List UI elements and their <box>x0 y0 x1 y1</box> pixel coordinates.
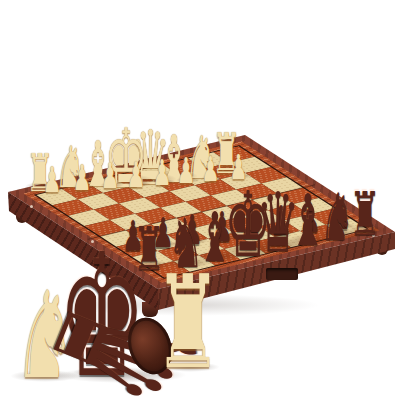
frame-screw-3 <box>30 205 33 208</box>
piece-shadow <box>100 182 123 188</box>
piece-shadow <box>176 177 199 183</box>
chess-set-product-photo: ♜♞♝♚♛♝♞♜♟♟♟♟♟♟♟♟♟♟♟♟♟♟♟♟♜♞♝♚♛♝♞♜♞♚♛♟♜ <box>0 0 400 400</box>
piece-shadow <box>240 232 267 239</box>
piece-shadow <box>126 181 149 187</box>
piece-shadow <box>181 238 208 245</box>
piece-shadow <box>72 184 95 190</box>
piece-shadow <box>166 257 211 268</box>
piece-shadow <box>152 241 179 248</box>
piece-shadow <box>201 175 224 181</box>
piece-shadow <box>152 179 175 185</box>
frame-screw-1 <box>91 240 94 243</box>
board-clasp <box>266 268 298 280</box>
piece-shadow <box>229 173 252 179</box>
piece-shadow <box>270 229 297 236</box>
piece-shadow <box>42 186 65 192</box>
piece-shadow <box>122 244 149 251</box>
piece-shadow <box>131 260 171 270</box>
piece-shadow <box>211 235 238 242</box>
